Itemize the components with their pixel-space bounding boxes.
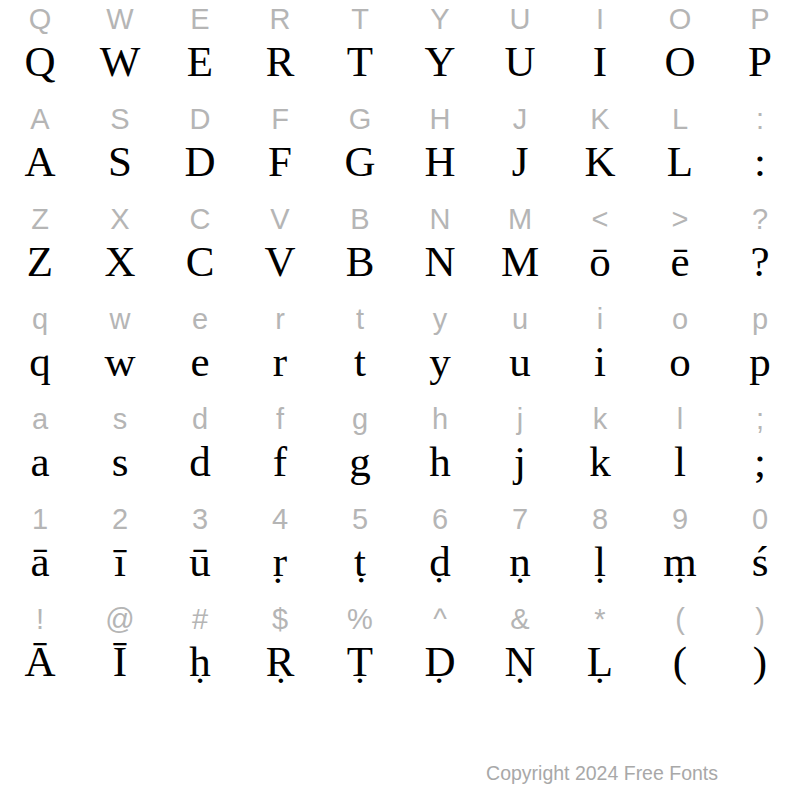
- font-glyph: p: [720, 330, 800, 392]
- font-glyph: Ḍ: [400, 630, 480, 692]
- character-grid: QWERTYUIOPQWERTYUIOPASDFGHJKL:ASDFGHJKL:…: [0, 0, 800, 700]
- font-glyph: t: [320, 330, 400, 392]
- font-glyph: ): [720, 630, 800, 692]
- font-glyph: ;: [720, 430, 800, 492]
- font-glyph: A: [0, 130, 80, 192]
- font-glyph: :: [720, 130, 800, 192]
- font-glyph: ā: [0, 530, 80, 592]
- font-glyph: C: [160, 230, 240, 292]
- font-glyph: ō: [560, 230, 640, 292]
- key-row-pair: 1234567890āīūṛṭḍṇḷṃś: [0, 500, 800, 600]
- font-glyph: Y: [400, 30, 480, 92]
- key-row-pair: qwertyuiopqwertyuiop: [0, 300, 800, 400]
- font-glyph: ī: [80, 530, 160, 592]
- font-glyph: K: [560, 130, 640, 192]
- font-glyph: E: [160, 30, 240, 92]
- font-glyph: Ṛ: [240, 630, 320, 692]
- font-glyph-row: ZXCVBNMōē?: [0, 238, 800, 300]
- font-glyph: V: [240, 230, 320, 292]
- font-glyph: k: [560, 430, 640, 492]
- font-specimen-sheet: QWERTYUIOPQWERTYUIOPASDFGHJKL:ASDFGHJKL:…: [0, 0, 800, 800]
- font-glyph-row: QWERTYUIOP: [0, 38, 800, 100]
- font-glyph: H: [400, 130, 480, 192]
- font-glyph: M: [480, 230, 560, 292]
- key-row-pair: ASDFGHJKL:ASDFGHJKL:: [0, 100, 800, 200]
- font-glyph: ṃ: [640, 530, 720, 592]
- font-glyph: T: [320, 30, 400, 92]
- font-glyph: ?: [720, 230, 800, 292]
- font-glyph: r: [240, 330, 320, 392]
- font-glyph: i: [560, 330, 640, 392]
- font-glyph: ḥ: [160, 630, 240, 692]
- font-glyph: w: [80, 330, 160, 392]
- font-glyph: W: [80, 30, 160, 92]
- font-glyph: J: [480, 130, 560, 192]
- font-glyph-row: asdfghjkl;: [0, 438, 800, 500]
- font-glyph: e: [160, 330, 240, 392]
- font-glyph: Ṭ: [320, 630, 400, 692]
- font-glyph: y: [400, 330, 480, 392]
- font-glyph: O: [640, 30, 720, 92]
- font-glyph: U: [480, 30, 560, 92]
- font-glyph: B: [320, 230, 400, 292]
- copyright-text: Copyright 2024 Free Fonts: [486, 764, 718, 784]
- key-row-pair: ZXCVBNM<>?ZXCVBNMōē?: [0, 200, 800, 300]
- font-glyph: (: [640, 630, 720, 692]
- font-glyph: S: [80, 130, 160, 192]
- font-glyph-row: āīūṛṭḍṇḷṃś: [0, 538, 800, 600]
- font-glyph: h: [400, 430, 480, 492]
- font-glyph: ḍ: [400, 530, 480, 592]
- font-glyph: ṛ: [240, 530, 320, 592]
- font-glyph: l: [640, 430, 720, 492]
- font-glyph: Z: [0, 230, 80, 292]
- font-glyph: Ā: [0, 630, 80, 692]
- font-glyph: G: [320, 130, 400, 192]
- font-glyph: ṭ: [320, 530, 400, 592]
- font-glyph: Ī: [80, 630, 160, 692]
- font-glyph: ḷ: [560, 530, 640, 592]
- key-row-pair: !@#$%^&*()ĀĪḥṚṬḌṆḶ(): [0, 600, 800, 700]
- font-glyph: D: [160, 130, 240, 192]
- key-row-pair: asdfghjkl;asdfghjkl;: [0, 400, 800, 500]
- font-glyph: f: [240, 430, 320, 492]
- font-glyph-row: qwertyuiop: [0, 338, 800, 400]
- font-glyph-row: ASDFGHJKL:: [0, 138, 800, 200]
- font-glyph: Q: [0, 30, 80, 92]
- font-glyph: N: [400, 230, 480, 292]
- key-row-pair: QWERTYUIOPQWERTYUIOP: [0, 0, 800, 100]
- font-glyph: R: [240, 30, 320, 92]
- font-glyph: s: [80, 430, 160, 492]
- font-glyph: d: [160, 430, 240, 492]
- font-glyph: P: [720, 30, 800, 92]
- font-glyph: a: [0, 430, 80, 492]
- font-glyph: ē: [640, 230, 720, 292]
- font-glyph: g: [320, 430, 400, 492]
- font-glyph: o: [640, 330, 720, 392]
- font-glyph: ś: [720, 530, 800, 592]
- font-glyph: I: [560, 30, 640, 92]
- font-glyph: j: [480, 430, 560, 492]
- font-glyph: ū: [160, 530, 240, 592]
- font-glyph: Ṇ: [480, 630, 560, 692]
- font-glyph-row: ĀĪḥṚṬḌṆḶ(): [0, 638, 800, 700]
- font-glyph: u: [480, 330, 560, 392]
- font-glyph: q: [0, 330, 80, 392]
- font-glyph: L: [640, 130, 720, 192]
- font-glyph: X: [80, 230, 160, 292]
- font-glyph: ṇ: [480, 530, 560, 592]
- font-glyph: F: [240, 130, 320, 192]
- font-glyph: Ḷ: [560, 630, 640, 692]
